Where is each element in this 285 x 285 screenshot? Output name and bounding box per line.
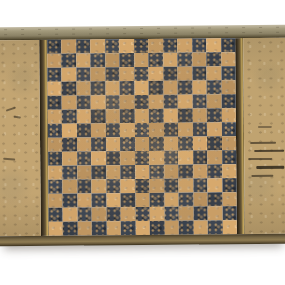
board-square — [92, 193, 107, 207]
board-square — [149, 123, 164, 137]
board-square — [77, 123, 92, 137]
board-square — [177, 53, 192, 67]
board-square — [77, 137, 92, 151]
board-square — [135, 165, 150, 179]
board-square — [62, 110, 77, 124]
board-square — [77, 179, 92, 193]
board-square — [193, 192, 208, 206]
board-square — [221, 66, 236, 80]
board-square — [164, 207, 179, 221]
board-square — [207, 80, 222, 94]
board-square — [63, 208, 78, 222]
board-square — [222, 150, 237, 164]
board-square — [208, 192, 223, 206]
board-square — [106, 193, 121, 207]
board-square — [135, 109, 150, 123]
board-square — [135, 137, 150, 151]
board-square — [91, 95, 106, 109]
board-square — [193, 178, 208, 192]
board-square — [134, 81, 149, 95]
board-square — [164, 179, 179, 193]
board-square — [134, 53, 149, 67]
board-square — [134, 95, 149, 109]
board-square — [76, 67, 91, 81]
board-square — [120, 81, 135, 95]
board-square — [207, 164, 222, 178]
board-square — [149, 109, 164, 123]
board-square — [91, 53, 106, 67]
board-square — [63, 180, 78, 194]
board-square — [221, 94, 236, 108]
board-square — [105, 95, 120, 109]
board-square — [192, 94, 207, 108]
board-square — [105, 67, 120, 81]
board-square — [49, 222, 64, 236]
board-square — [120, 95, 135, 109]
board-square — [120, 137, 135, 151]
board-square — [178, 165, 193, 179]
board-square — [62, 82, 77, 96]
board-square — [121, 207, 136, 221]
board-square — [222, 206, 237, 220]
board-square — [48, 138, 63, 152]
board-square — [49, 194, 64, 208]
board-square — [91, 109, 106, 123]
board-square — [179, 179, 194, 193]
board-square — [105, 53, 120, 67]
board-square — [208, 220, 223, 234]
board-square — [163, 39, 178, 53]
board-square — [119, 39, 134, 53]
board-square — [150, 221, 165, 235]
board-square — [207, 136, 222, 150]
board-square — [121, 165, 136, 179]
board-square — [91, 39, 106, 53]
board-square — [193, 136, 208, 150]
board-square — [149, 137, 164, 151]
board-square — [163, 67, 178, 81]
board-square — [163, 109, 178, 123]
board-square — [222, 136, 237, 150]
board-middle-band — [0, 38, 285, 237]
board-square — [221, 108, 236, 122]
board-square — [221, 122, 236, 136]
board-square — [120, 123, 135, 137]
board-square — [91, 67, 106, 81]
board-square — [77, 193, 92, 207]
board-square — [222, 192, 237, 206]
board-square — [76, 39, 91, 53]
board-square — [179, 207, 194, 221]
board-square — [149, 95, 164, 109]
board-square — [135, 207, 150, 221]
board-square — [121, 221, 136, 235]
board-square — [63, 152, 78, 166]
board-square — [222, 178, 237, 192]
board-square — [106, 109, 121, 123]
photo-background — [0, 0, 285, 285]
board-square — [207, 94, 222, 108]
scratch-mark — [250, 142, 276, 144]
board-square — [91, 123, 106, 137]
board-square — [47, 40, 62, 54]
scratch-mark — [248, 158, 272, 160]
board-square — [207, 108, 222, 122]
board-square — [163, 81, 178, 95]
board-square — [207, 122, 222, 136]
board-square — [105, 81, 120, 95]
board-square — [193, 220, 208, 234]
board-square — [192, 80, 207, 94]
board-square — [206, 38, 221, 52]
board-square — [178, 95, 193, 109]
board-square — [207, 150, 222, 164]
board-square — [77, 95, 92, 109]
scratch-mark — [256, 166, 284, 169]
board-square — [49, 208, 64, 222]
board-square — [178, 151, 193, 165]
board-square — [62, 96, 77, 110]
board-square — [62, 40, 77, 54]
board-square — [91, 81, 106, 95]
antique-gameboard — [0, 25, 285, 247]
board-square — [163, 95, 178, 109]
board-square — [92, 165, 107, 179]
stain-mark — [6, 107, 16, 112]
board-square — [78, 207, 93, 221]
board-square — [48, 124, 63, 138]
board-square — [178, 67, 193, 81]
board-square — [63, 194, 78, 208]
board-square — [92, 221, 107, 235]
board-square — [193, 150, 208, 164]
board-square — [163, 53, 178, 67]
board-square — [150, 179, 165, 193]
board-square — [47, 68, 62, 82]
board-square — [177, 39, 192, 53]
board-square — [91, 137, 106, 151]
checkerboard — [47, 38, 237, 236]
board-square — [120, 109, 135, 123]
board-square — [164, 221, 179, 235]
board-square — [149, 67, 164, 81]
board-square — [179, 221, 194, 235]
board-square — [192, 66, 207, 80]
board-square — [193, 164, 208, 178]
board-square — [63, 222, 78, 236]
board-square — [149, 165, 164, 179]
board-square — [106, 137, 121, 151]
board-square — [178, 81, 193, 95]
board-square — [78, 221, 93, 235]
board-square — [164, 137, 179, 151]
board-square — [48, 180, 63, 194]
board-square — [76, 81, 91, 95]
board-square — [106, 207, 121, 221]
board-square — [192, 108, 207, 122]
board-square — [134, 39, 149, 53]
board-square — [47, 54, 62, 68]
board-square — [134, 67, 149, 81]
board-square — [164, 151, 179, 165]
board-square — [178, 123, 193, 137]
board-square — [62, 54, 77, 68]
board-square — [106, 151, 121, 165]
board-square — [121, 179, 136, 193]
scratch-mark — [258, 126, 272, 128]
board-square — [77, 165, 92, 179]
board-square — [135, 179, 150, 193]
board-square — [76, 53, 91, 67]
board-square — [120, 53, 135, 67]
board-square — [62, 68, 77, 82]
board-square — [192, 122, 207, 136]
board-square — [148, 53, 163, 67]
board-square — [48, 166, 63, 180]
board-square — [221, 52, 236, 66]
board-square — [106, 179, 121, 193]
board-square — [149, 151, 164, 165]
board-square — [48, 82, 63, 96]
board-square — [164, 165, 179, 179]
board-square — [120, 151, 135, 165]
left-side-panel — [0, 40, 41, 236]
right-side-panel — [243, 38, 285, 234]
board-square — [92, 151, 107, 165]
board-square — [92, 207, 107, 221]
board-square — [193, 206, 208, 220]
board-square — [222, 220, 237, 234]
board-square — [135, 193, 150, 207]
board-square — [77, 109, 92, 123]
board-square — [48, 96, 63, 110]
board-square — [192, 38, 207, 52]
board-square — [221, 38, 236, 52]
stain-mark — [14, 116, 21, 118]
checkerboard-grid — [47, 38, 237, 236]
scratch-mark — [254, 150, 284, 153]
board-square — [164, 123, 179, 137]
board-square — [62, 124, 77, 138]
board-square — [121, 193, 136, 207]
board-square — [179, 193, 194, 207]
board-square — [221, 80, 236, 94]
scratch-mark — [251, 175, 273, 177]
board-square — [106, 165, 121, 179]
board-square — [62, 138, 77, 152]
board-square — [148, 39, 163, 53]
board-square — [136, 221, 151, 235]
board-square — [48, 152, 63, 166]
board-square — [178, 137, 193, 151]
board-square — [92, 179, 107, 193]
board-square — [192, 52, 207, 66]
stain-mark — [3, 158, 15, 160]
board-square — [206, 66, 221, 80]
board-square — [120, 67, 135, 81]
board-square — [207, 178, 222, 192]
board-square — [105, 39, 120, 53]
board-square — [164, 193, 179, 207]
board-square — [149, 81, 164, 95]
board-square — [208, 206, 223, 220]
board-square — [150, 193, 165, 207]
board-square — [77, 151, 92, 165]
board-square — [135, 123, 150, 137]
frame-bottom-rail — [0, 234, 285, 247]
board-square — [107, 221, 122, 235]
board-square — [206, 52, 221, 66]
board-square — [63, 166, 78, 180]
board-square — [48, 110, 63, 124]
board-square — [150, 207, 165, 221]
board-square — [178, 109, 193, 123]
board-square — [135, 151, 150, 165]
board-square — [106, 123, 121, 137]
board-square — [222, 164, 237, 178]
